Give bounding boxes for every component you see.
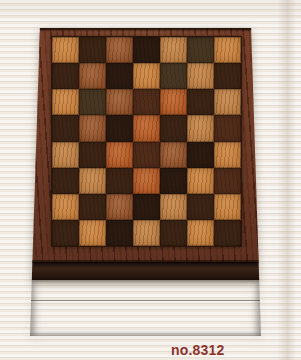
photo-backdrop: no.8312 bbox=[0, 0, 301, 360]
board-square bbox=[52, 37, 79, 63]
board-square bbox=[79, 89, 106, 115]
board-square bbox=[79, 168, 106, 194]
board-square bbox=[160, 220, 187, 246]
checkerboard bbox=[51, 36, 242, 247]
box-body bbox=[30, 280, 261, 336]
board-square bbox=[79, 37, 106, 63]
board-square bbox=[106, 142, 133, 168]
board-square bbox=[52, 142, 79, 168]
board-square bbox=[106, 194, 133, 220]
board-square bbox=[160, 194, 187, 220]
board-square bbox=[106, 115, 133, 141]
board-square bbox=[106, 168, 133, 194]
board-square bbox=[187, 37, 214, 63]
board-square bbox=[214, 168, 241, 194]
board-square bbox=[160, 63, 187, 89]
board-square bbox=[106, 37, 133, 63]
board-square bbox=[160, 168, 187, 194]
board-square bbox=[52, 194, 79, 220]
board-square bbox=[187, 115, 214, 141]
board-square bbox=[214, 115, 241, 141]
board-square bbox=[187, 168, 214, 194]
board-square bbox=[133, 194, 160, 220]
board-square bbox=[187, 63, 214, 89]
box-front-view bbox=[30, 28, 261, 336]
board-square bbox=[160, 89, 187, 115]
wooden-box bbox=[30, 28, 261, 336]
board-square bbox=[79, 115, 106, 141]
board-square bbox=[52, 220, 79, 246]
board-square bbox=[133, 115, 160, 141]
board-square bbox=[187, 194, 214, 220]
board-square bbox=[52, 89, 79, 115]
board-square bbox=[79, 142, 106, 168]
board-square bbox=[79, 220, 106, 246]
lid-body-seam bbox=[30, 300, 261, 301]
board-square bbox=[133, 63, 160, 89]
board-square bbox=[160, 37, 187, 63]
board-square bbox=[214, 89, 241, 115]
board-square bbox=[214, 142, 241, 168]
board-square bbox=[187, 89, 214, 115]
board-square bbox=[106, 63, 133, 89]
board-square bbox=[187, 220, 214, 246]
board-square bbox=[106, 220, 133, 246]
board-square bbox=[133, 168, 160, 194]
board-square bbox=[214, 220, 241, 246]
board-square bbox=[214, 37, 241, 63]
board-square bbox=[79, 63, 106, 89]
board-square bbox=[160, 115, 187, 141]
lid-bevel-edge bbox=[30, 262, 261, 280]
board-square bbox=[214, 63, 241, 89]
board-square bbox=[79, 194, 106, 220]
board-square bbox=[160, 142, 187, 168]
board-square bbox=[106, 89, 133, 115]
box-lid-top bbox=[30, 28, 261, 262]
item-number-label: no.8312 bbox=[171, 342, 225, 358]
board-square bbox=[52, 168, 79, 194]
board-square bbox=[214, 194, 241, 220]
board-square bbox=[133, 220, 160, 246]
board-square bbox=[133, 142, 160, 168]
board-square bbox=[52, 63, 79, 89]
board-square bbox=[52, 115, 79, 141]
board-square bbox=[187, 142, 214, 168]
board-square bbox=[133, 37, 160, 63]
board-square bbox=[133, 89, 160, 115]
